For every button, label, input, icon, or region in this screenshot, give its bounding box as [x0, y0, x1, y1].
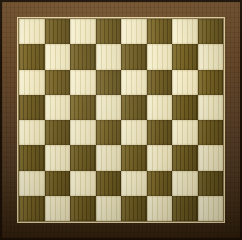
square-c4[interactable] — [70, 120, 96, 145]
square-f8[interactable] — [147, 19, 173, 44]
square-a1[interactable] — [19, 196, 45, 221]
square-c6[interactable] — [70, 70, 96, 95]
square-b2[interactable] — [45, 171, 71, 196]
square-e5[interactable] — [121, 95, 147, 120]
board-frame — [2, 2, 240, 238]
square-g5[interactable] — [172, 95, 198, 120]
square-g6[interactable] — [172, 70, 198, 95]
square-c2[interactable] — [70, 171, 96, 196]
square-a7[interactable] — [19, 44, 45, 69]
square-d7[interactable] — [96, 44, 122, 69]
square-h1[interactable] — [198, 196, 224, 221]
square-e8[interactable] — [121, 19, 147, 44]
square-e3[interactable] — [121, 145, 147, 170]
square-b1[interactable] — [45, 196, 71, 221]
square-c3[interactable] — [70, 145, 96, 170]
square-h7[interactable] — [198, 44, 224, 69]
square-g2[interactable] — [172, 171, 198, 196]
square-f7[interactable] — [147, 44, 173, 69]
board-inlay-line — [17, 17, 225, 223]
square-a3[interactable] — [19, 145, 45, 170]
square-e2[interactable] — [121, 171, 147, 196]
square-f3[interactable] — [147, 145, 173, 170]
square-a8[interactable] — [19, 19, 45, 44]
square-b5[interactable] — [45, 95, 71, 120]
square-e7[interactable] — [121, 44, 147, 69]
square-d5[interactable] — [96, 95, 122, 120]
square-g1[interactable] — [172, 196, 198, 221]
square-c1[interactable] — [70, 196, 96, 221]
square-e1[interactable] — [121, 196, 147, 221]
square-d8[interactable] — [96, 19, 122, 44]
square-f6[interactable] — [147, 70, 173, 95]
square-f5[interactable] — [147, 95, 173, 120]
square-b4[interactable] — [45, 120, 71, 145]
square-b8[interactable] — [45, 19, 71, 44]
square-c7[interactable] — [70, 44, 96, 69]
square-h4[interactable] — [198, 120, 224, 145]
square-a2[interactable] — [19, 171, 45, 196]
square-c8[interactable] — [70, 19, 96, 44]
square-h2[interactable] — [198, 171, 224, 196]
square-h3[interactable] — [198, 145, 224, 170]
square-g3[interactable] — [172, 145, 198, 170]
square-d3[interactable] — [96, 145, 122, 170]
square-g8[interactable] — [172, 19, 198, 44]
square-f2[interactable] — [147, 171, 173, 196]
square-a5[interactable] — [19, 95, 45, 120]
chessboard-grid — [19, 19, 223, 221]
square-g7[interactable] — [172, 44, 198, 69]
square-b3[interactable] — [45, 145, 71, 170]
square-f1[interactable] — [147, 196, 173, 221]
square-e6[interactable] — [121, 70, 147, 95]
square-a6[interactable] — [19, 70, 45, 95]
square-f4[interactable] — [147, 120, 173, 145]
square-d2[interactable] — [96, 171, 122, 196]
square-g4[interactable] — [172, 120, 198, 145]
square-a4[interactable] — [19, 120, 45, 145]
square-b7[interactable] — [45, 44, 71, 69]
square-d1[interactable] — [96, 196, 122, 221]
square-e4[interactable] — [121, 120, 147, 145]
square-d4[interactable] — [96, 120, 122, 145]
square-h6[interactable] — [198, 70, 224, 95]
square-h8[interactable] — [198, 19, 224, 44]
square-d6[interactable] — [96, 70, 122, 95]
square-h5[interactable] — [198, 95, 224, 120]
square-c5[interactable] — [70, 95, 96, 120]
square-b6[interactable] — [45, 70, 71, 95]
chessboard-photo — [0, 0, 242, 240]
